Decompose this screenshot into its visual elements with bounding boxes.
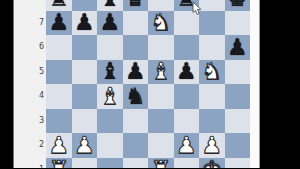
square-e7[interactable]: ♞ [148,11,174,36]
square-d4[interactable]: ♞ [123,84,149,109]
square-d8[interactable]: ♛ [123,0,149,11]
square-c2[interactable] [97,133,123,158]
square-g5[interactable]: ♞ [199,60,225,85]
square-d6[interactable] [123,35,149,60]
square-d5[interactable]: ♟ [123,60,149,85]
white-pawn-b2[interactable]: ♟ [74,134,95,157]
square-c8[interactable]: ♝ [97,0,123,11]
black-bishop-c5[interactable]: ♝ [99,60,120,83]
white-bishop-c4[interactable]: ♝ [99,85,120,108]
square-d7[interactable] [123,11,149,36]
white-knight-g5[interactable]: ♞ [201,60,222,83]
rank-label-6: 6 [14,35,44,60]
square-a6[interactable] [46,35,72,60]
square-b3[interactable] [72,109,98,134]
black-queen-d8[interactable]: ♛ [125,0,146,10]
square-b5[interactable] [72,60,98,85]
square-a5[interactable] [46,60,72,85]
black-pawn-h6[interactable]: ♟ [227,36,248,59]
chess-app-screenshot: 87654321 ♜♝♛♜♚♟♟♟♞♟♝♟♝♟♞♝♞♟♟♟♟♜♜♚ [0,0,300,168]
square-b8[interactable] [72,0,98,11]
square-h5[interactable] [225,60,251,85]
square-h7[interactable] [225,11,251,36]
square-f1[interactable] [174,158,200,169]
square-f5[interactable]: ♟ [174,60,200,85]
square-c3[interactable] [97,109,123,134]
square-g1[interactable]: ♚ [199,158,225,169]
black-rook-a8[interactable]: ♜ [48,0,69,10]
white-pawn-g2[interactable]: ♟ [201,134,222,157]
square-c1[interactable] [97,158,123,169]
square-e4[interactable] [148,84,174,109]
square-b1[interactable] [72,158,98,169]
chess-board: ♜♝♛♜♚♟♟♟♞♟♝♟♝♟♞♝♞♟♟♟♟♜♜♚ [46,0,250,168]
square-e1[interactable]: ♜ [148,158,174,169]
white-bishop-e5[interactable]: ♝ [150,60,171,83]
white-pawn-f2[interactable]: ♟ [176,134,197,157]
square-a7[interactable]: ♟ [46,11,72,36]
square-b6[interactable] [72,35,98,60]
black-pawn-f5[interactable]: ♟ [176,60,197,83]
rank-label-1: 1 [14,158,44,169]
square-d3[interactable] [123,109,149,134]
white-knight-e7[interactable]: ♞ [150,11,171,34]
square-f3[interactable] [174,109,200,134]
black-bishop-c8[interactable]: ♝ [99,0,120,10]
square-b7[interactable]: ♟ [72,11,98,36]
square-f2[interactable]: ♟ [174,133,200,158]
square-c5[interactable]: ♝ [97,60,123,85]
square-h6[interactable]: ♟ [225,35,251,60]
square-a3[interactable] [46,109,72,134]
square-h4[interactable] [225,84,251,109]
square-g3[interactable] [199,109,225,134]
black-king-h8[interactable]: ♚ [227,0,248,10]
square-e2[interactable] [148,133,174,158]
square-h2[interactable] [225,133,251,158]
rank-label-8: 8 [14,0,44,11]
square-h3[interactable] [225,109,251,134]
white-rook-a1[interactable]: ♜ [48,158,69,168]
black-pawn-b7[interactable]: ♟ [74,11,95,34]
square-c4[interactable]: ♝ [97,84,123,109]
square-d2[interactable] [123,133,149,158]
square-a2[interactable]: ♟ [46,133,72,158]
white-pawn-a2[interactable]: ♟ [48,134,69,157]
rank-label-5: 5 [14,60,44,85]
square-a4[interactable] [46,84,72,109]
square-e3[interactable] [148,109,174,134]
square-h8[interactable]: ♚ [225,0,251,11]
square-a8[interactable]: ♜ [46,0,72,11]
white-king-g1[interactable]: ♚ [201,158,222,168]
square-e6[interactable] [148,35,174,60]
square-b4[interactable] [72,84,98,109]
black-knight-d4[interactable]: ♞ [125,85,146,108]
black-pawn-c7[interactable]: ♟ [99,11,120,34]
square-b2[interactable]: ♟ [72,133,98,158]
mouse-cursor [192,2,203,15]
square-d1[interactable] [123,158,149,169]
square-h1[interactable] [225,158,251,169]
rank-label-2: 2 [14,133,44,158]
square-e8[interactable] [148,0,174,11]
board-right-margin [250,0,260,168]
white-rook-e1[interactable]: ♜ [150,158,171,168]
black-pawn-d5[interactable]: ♟ [125,60,146,83]
square-c7[interactable]: ♟ [97,11,123,36]
square-g6[interactable] [199,35,225,60]
rank-label-4: 4 [14,84,44,109]
rank-coordinate-margin: 87654321 [13,0,46,168]
square-g4[interactable] [199,84,225,109]
square-g2[interactable]: ♟ [199,133,225,158]
rank-label-7: 7 [14,11,44,36]
square-f6[interactable] [174,35,200,60]
square-e5[interactable]: ♝ [148,60,174,85]
square-c6[interactable] [97,35,123,60]
black-pawn-a7[interactable]: ♟ [48,11,69,34]
square-a1[interactable]: ♜ [46,158,72,169]
square-f4[interactable] [174,84,200,109]
rank-label-3: 3 [14,109,44,134]
